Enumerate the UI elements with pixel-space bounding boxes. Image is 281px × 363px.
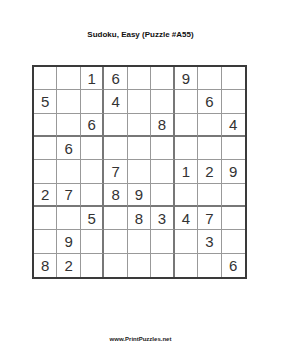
cell-r1c5 — [128, 67, 151, 90]
cell-r8c4 — [104, 230, 127, 253]
cell-r4c8 — [198, 137, 221, 160]
cell-r3c4 — [104, 114, 127, 137]
cell-r2c6 — [151, 90, 174, 113]
cell-r2c4: 4 — [104, 90, 127, 113]
cell-r7c1 — [34, 207, 57, 230]
cell-r8c5 — [128, 230, 151, 253]
cell-r5c6 — [151, 160, 174, 183]
cell-r8c9 — [222, 230, 245, 253]
puzzle-page: Sudoku, Easy (Puzzle #A55) 1695466846712… — [0, 0, 281, 363]
cell-r9c4 — [104, 254, 127, 277]
cell-r9c3 — [81, 254, 104, 277]
cell-r1c2 — [57, 67, 80, 90]
cell-r9c1: 8 — [34, 254, 57, 277]
cell-r1c1 — [34, 67, 57, 90]
cell-r6c9 — [222, 184, 245, 207]
cell-r8c8: 3 — [198, 230, 221, 253]
cell-r5c8: 2 — [198, 160, 221, 183]
cell-r8c7 — [175, 230, 198, 253]
cell-r9c7 — [175, 254, 198, 277]
cell-r1c3: 1 — [81, 67, 104, 90]
cell-r8c3 — [81, 230, 104, 253]
cell-r4c7 — [175, 137, 198, 160]
cell-r6c2: 7 — [57, 184, 80, 207]
cell-r3c1 — [34, 114, 57, 137]
cell-r8c2: 9 — [57, 230, 80, 253]
cell-r2c3 — [81, 90, 104, 113]
cell-r3c3: 6 — [81, 114, 104, 137]
cell-r9c2: 2 — [57, 254, 80, 277]
cell-r5c2 — [57, 160, 80, 183]
cell-r1c8 — [198, 67, 221, 90]
cell-r7c2 — [57, 207, 80, 230]
cell-r7c5: 8 — [128, 207, 151, 230]
cell-r5c5 — [128, 160, 151, 183]
cell-r3c6: 8 — [151, 114, 174, 137]
cell-r2c2 — [57, 90, 80, 113]
sudoku-board: 1695466846712927895834793826 — [32, 65, 247, 279]
cell-r9c5 — [128, 254, 151, 277]
cell-r6c1: 2 — [34, 184, 57, 207]
cell-r7c9 — [222, 207, 245, 230]
cell-r6c7 — [175, 184, 198, 207]
cell-r4c9 — [222, 137, 245, 160]
cell-r4c2: 6 — [57, 137, 80, 160]
cell-r2c5 — [128, 90, 151, 113]
cell-r7c8: 7 — [198, 207, 221, 230]
puzzle-title: Sudoku, Easy (Puzzle #A55) — [0, 30, 281, 39]
footer-url: www.PrintPuzzles.net — [0, 336, 281, 342]
cell-r7c7: 4 — [175, 207, 198, 230]
cell-r1c9 — [222, 67, 245, 90]
cell-r2c9 — [222, 90, 245, 113]
cell-r4c3 — [81, 137, 104, 160]
cell-r6c3 — [81, 184, 104, 207]
cell-r2c7 — [175, 90, 198, 113]
cell-r7c4 — [104, 207, 127, 230]
cell-r9c9: 6 — [222, 254, 245, 277]
cell-r3c2 — [57, 114, 80, 137]
cell-r4c6 — [151, 137, 174, 160]
cell-r5c1 — [34, 160, 57, 183]
cell-r6c6 — [151, 184, 174, 207]
cell-r6c5: 9 — [128, 184, 151, 207]
cell-r3c5 — [128, 114, 151, 137]
cell-r4c5 — [128, 137, 151, 160]
cell-r8c6 — [151, 230, 174, 253]
cell-r4c4 — [104, 137, 127, 160]
cell-r5c9: 9 — [222, 160, 245, 183]
cell-r5c4: 7 — [104, 160, 127, 183]
cell-r2c8: 6 — [198, 90, 221, 113]
cell-r3c7 — [175, 114, 198, 137]
cell-r7c6: 3 — [151, 207, 174, 230]
cell-r6c4: 8 — [104, 184, 127, 207]
cell-r5c3 — [81, 160, 104, 183]
cell-r1c7: 9 — [175, 67, 198, 90]
cell-r1c4: 6 — [104, 67, 127, 90]
cell-r3c9: 4 — [222, 114, 245, 137]
cell-r9c8 — [198, 254, 221, 277]
cell-r6c8 — [198, 184, 221, 207]
cell-r5c7: 1 — [175, 160, 198, 183]
cell-r9c6 — [151, 254, 174, 277]
cell-r1c6 — [151, 67, 174, 90]
cell-r4c1 — [34, 137, 57, 160]
cell-r8c1 — [34, 230, 57, 253]
cell-r3c8 — [198, 114, 221, 137]
cell-r2c1: 5 — [34, 90, 57, 113]
cell-r7c3: 5 — [81, 207, 104, 230]
